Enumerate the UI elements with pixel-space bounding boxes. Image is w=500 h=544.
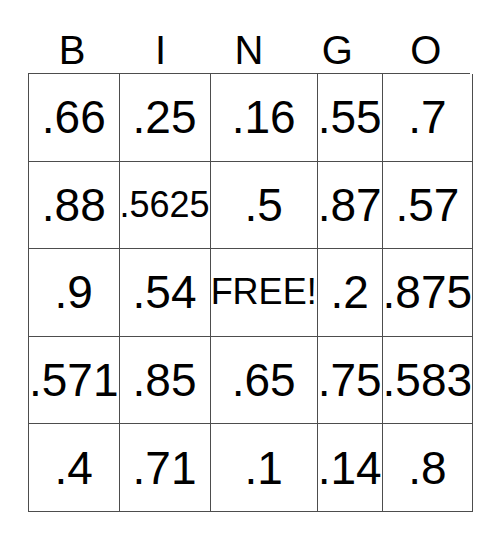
bingo-header: B I N G O [28, 0, 470, 73]
bingo-cell[interactable]: .875 [383, 249, 474, 337]
header-letter-o: O [382, 0, 470, 73]
bingo-cell[interactable]: .25 [120, 74, 211, 162]
bingo-cell[interactable]: .87 [318, 162, 383, 250]
bingo-cell[interactable]: .66 [29, 74, 120, 162]
bingo-grid: .66.25.16.55.7.88.5625.5.87.57.9.54FREE!… [28, 73, 470, 512]
bingo-cell[interactable]: .71 [120, 424, 211, 512]
bingo-cell[interactable]: .5 [211, 162, 318, 250]
bingo-cell[interactable]: .4 [29, 424, 120, 512]
bingo-cell[interactable]: .7 [383, 74, 474, 162]
header-letter-i: I [116, 0, 204, 73]
bingo-cell[interactable]: .88 [29, 162, 120, 250]
bingo-cell[interactable]: .57 [383, 162, 474, 250]
bingo-cell[interactable]: .571 [29, 337, 120, 425]
bingo-cell[interactable]: .1 [211, 424, 318, 512]
bingo-cell[interactable]: .14 [318, 424, 383, 512]
header-letter-n: N [205, 0, 293, 73]
bingo-cell[interactable]: .16 [211, 74, 318, 162]
bingo-cell[interactable]: .583 [383, 337, 474, 425]
bingo-cell-free[interactable]: FREE! [211, 249, 318, 337]
bingo-cell[interactable]: .85 [120, 337, 211, 425]
bingo-cell[interactable]: .75 [318, 337, 383, 425]
bingo-cell[interactable]: .55 [318, 74, 383, 162]
bingo-cell[interactable]: .54 [120, 249, 211, 337]
bingo-cell[interactable]: .65 [211, 337, 318, 425]
header-letter-g: G [293, 0, 381, 73]
bingo-cell[interactable]: .5625 [120, 162, 211, 250]
bingo-card: B I N G O .66.25.16.55.7.88.5625.5.87.57… [0, 0, 500, 544]
bingo-cell[interactable]: .8 [383, 424, 474, 512]
bingo-cell[interactable]: .9 [29, 249, 120, 337]
bingo-cell[interactable]: .2 [318, 249, 383, 337]
header-letter-b: B [28, 0, 116, 73]
